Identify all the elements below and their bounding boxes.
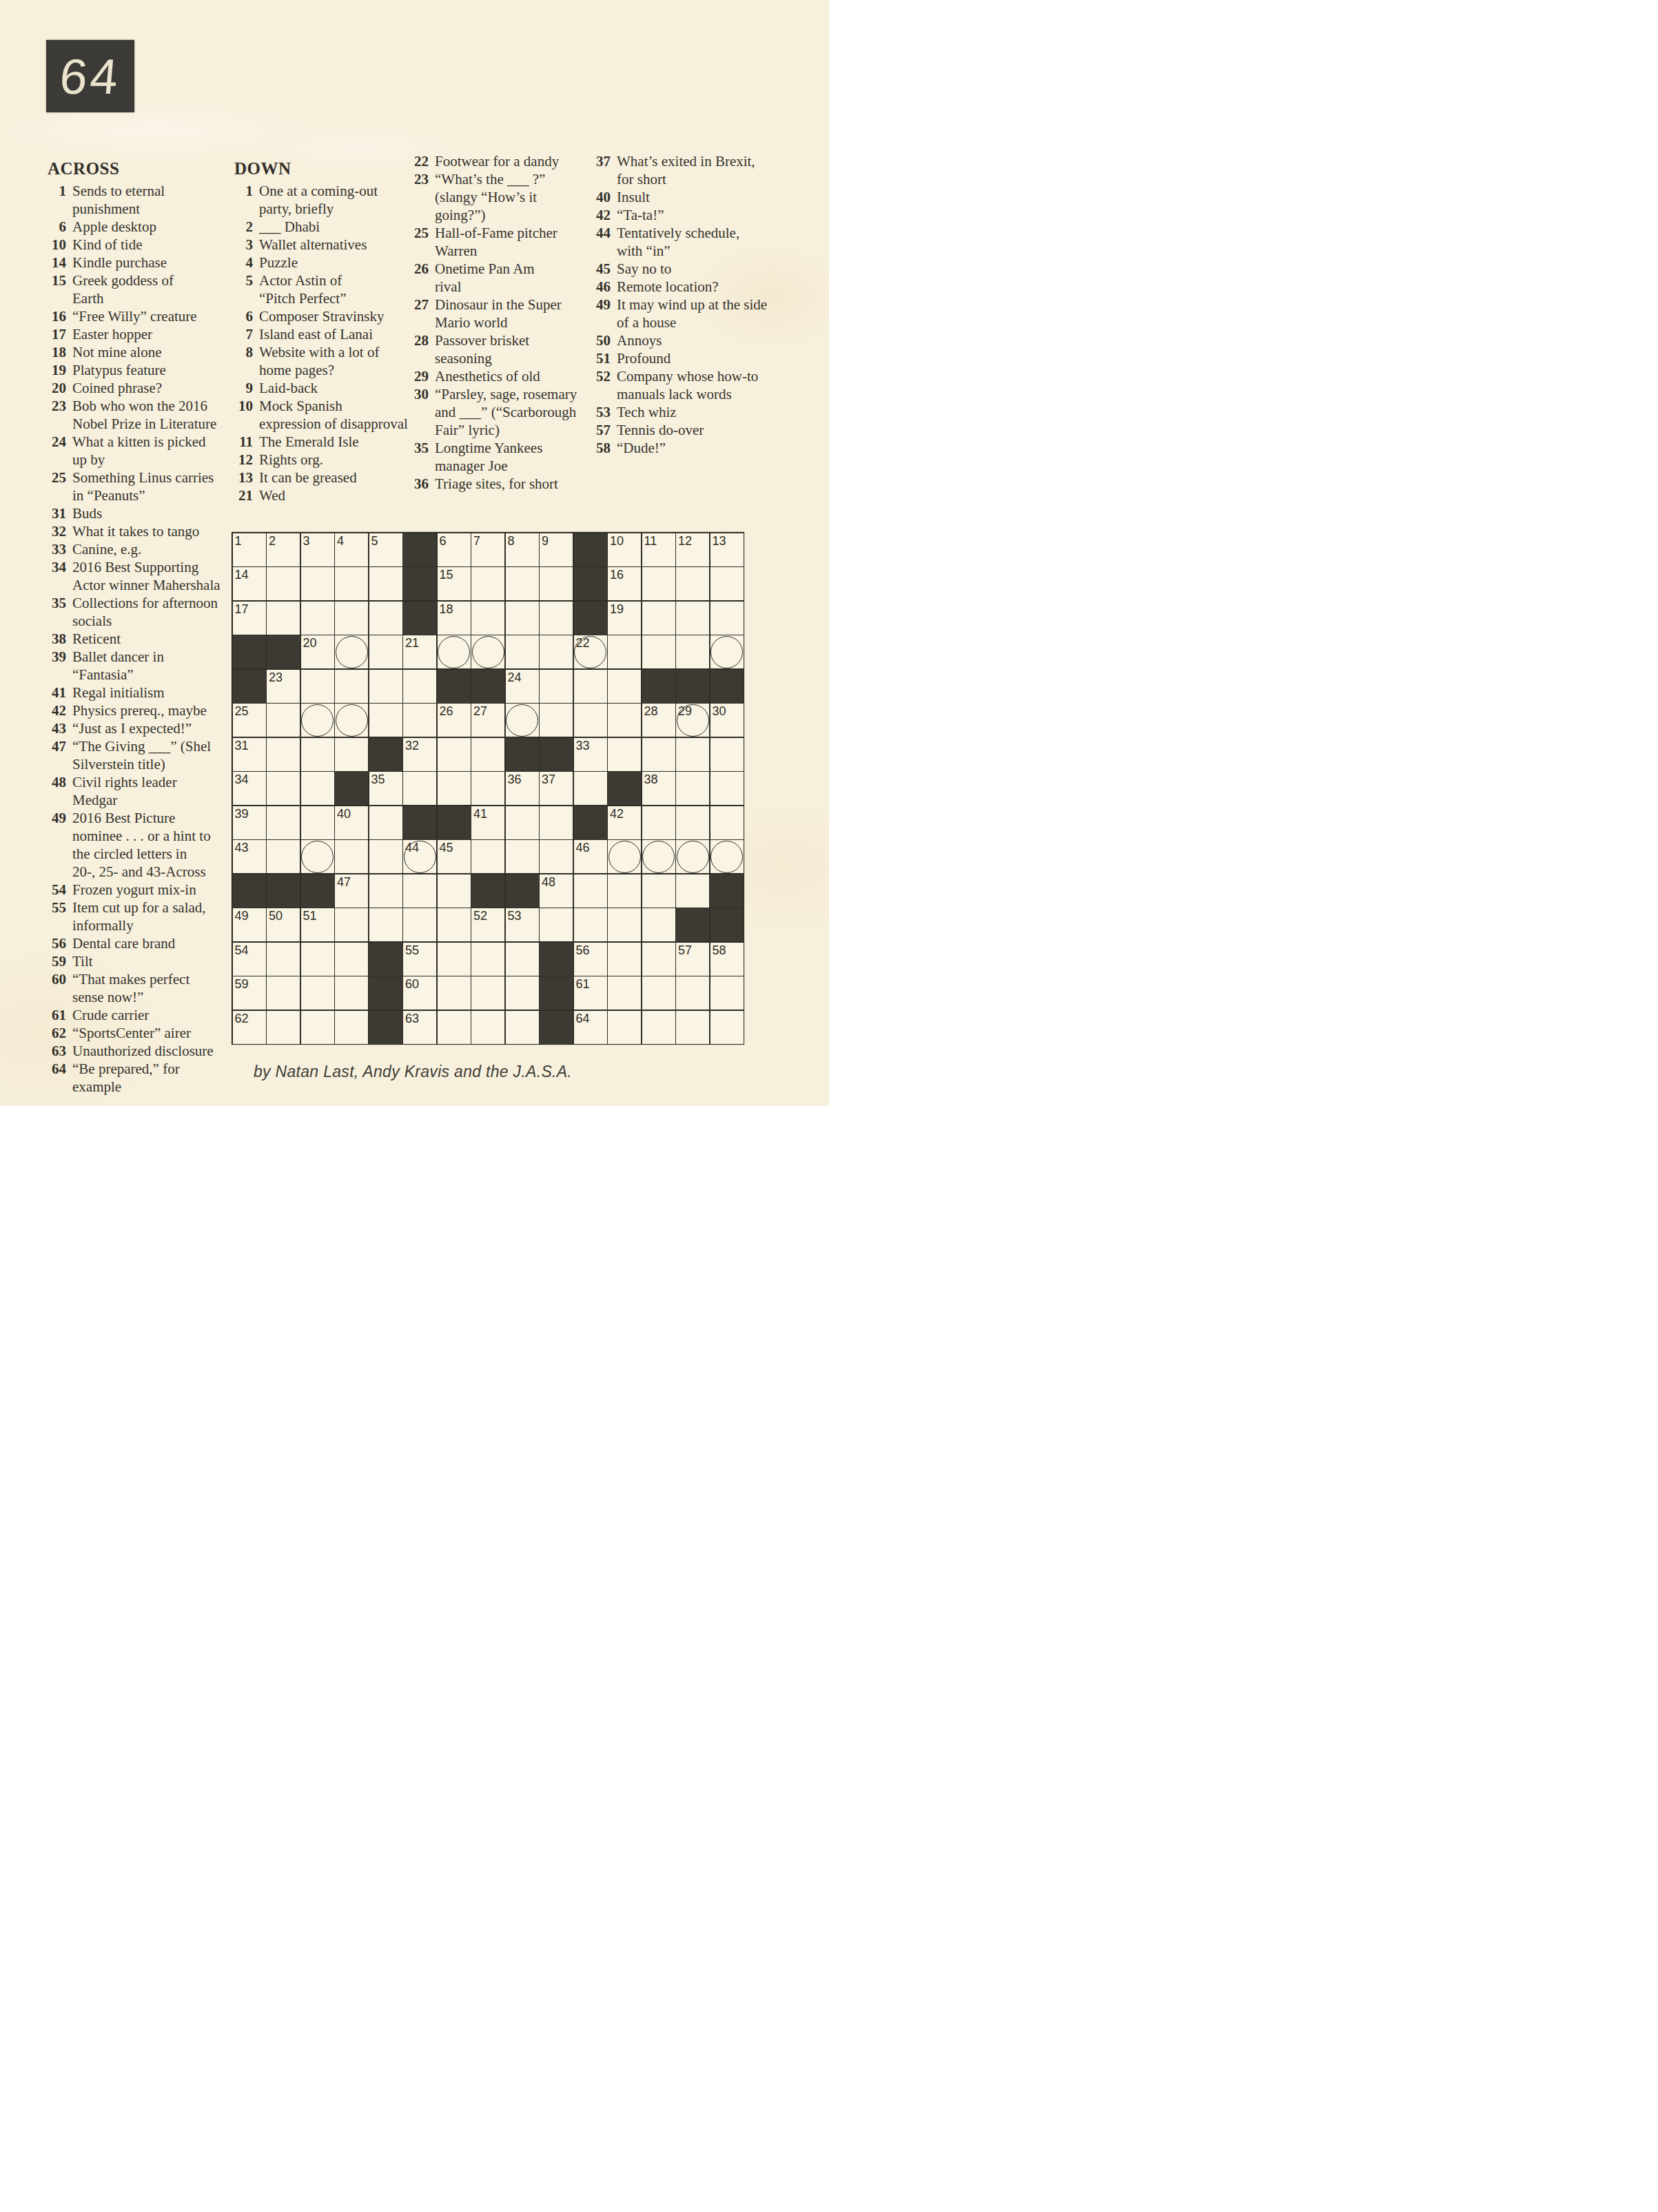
circle-marker — [642, 841, 675, 873]
grid-cell[interactable] — [506, 943, 539, 976]
grid-cell[interactable] — [369, 704, 402, 737]
grid-cell[interactable] — [301, 976, 334, 1010]
grid-cell[interactable] — [540, 704, 573, 737]
clue-43: 43“Just as I expected!” — [48, 719, 237, 737]
grid-cell[interactable] — [438, 908, 471, 941]
grid-cell[interactable]: 12 — [676, 533, 709, 566]
cell-number: 61 — [576, 978, 590, 990]
grid-cell[interactable]: 2 — [267, 533, 300, 566]
clue-text: Actor Astin of “Pitch Perfect” — [259, 272, 422, 307]
grid-cell[interactable] — [574, 772, 607, 805]
grid-cell[interactable]: 4 — [335, 533, 368, 566]
grid-cell[interactable] — [369, 874, 402, 908]
grid-cell[interactable] — [642, 874, 675, 908]
clue-text: The Emerald Isle — [259, 433, 422, 451]
grid-cell[interactable] — [710, 635, 744, 668]
grid-cell[interactable] — [676, 567, 709, 600]
grid-cell[interactable] — [540, 908, 573, 941]
grid-cell[interactable]: 58 — [710, 943, 744, 976]
clue-55: 55Item cut up for a salad, informally — [48, 899, 237, 934]
grid-cell[interactable] — [438, 943, 471, 976]
grid-cell[interactable] — [574, 874, 607, 908]
grid-cell[interactable] — [301, 704, 334, 737]
clue-number: 35 — [48, 594, 72, 612]
cell-number: 17 — [235, 603, 249, 615]
grid-cell[interactable] — [574, 704, 607, 737]
clue-number: 6 — [48, 218, 72, 236]
grid-cell[interactable]: 53 — [506, 908, 539, 941]
grid-cell[interactable] — [676, 1011, 709, 1044]
grid-cell[interactable]: 46 — [574, 840, 607, 873]
clue-text: Easter hopper — [72, 325, 237, 343]
grid-cell[interactable] — [471, 772, 504, 805]
cell-number: 33 — [576, 739, 590, 752]
grid-cell[interactable] — [403, 670, 436, 703]
grid-cell[interactable]: 31 — [233, 738, 266, 771]
grid-cell[interactable] — [438, 874, 471, 908]
clue-column-down-1: DOWN 1One at a coming-out party, briefly… — [234, 160, 422, 504]
grid-cell[interactable] — [403, 908, 436, 941]
grid-cell[interactable] — [506, 976, 539, 1010]
cell-number: 19 — [610, 603, 624, 615]
clue-42: 42Physics prereq., maybe — [48, 702, 237, 719]
clue-number: 57 — [592, 421, 617, 439]
clue-text: Not mine alone — [72, 343, 237, 361]
grid-cell[interactable]: 48 — [540, 874, 573, 908]
clue-number: 11 — [234, 433, 259, 451]
grid-cell[interactable] — [471, 943, 504, 976]
clue-number: 10 — [234, 397, 259, 415]
grid-cell[interactable]: 39 — [233, 806, 266, 839]
grid-cell[interactable] — [574, 670, 607, 703]
grid-cell[interactable] — [267, 1011, 300, 1044]
grid-cell[interactable]: 16 — [608, 567, 641, 600]
clue-number: 39 — [48, 648, 72, 666]
black-square — [267, 874, 300, 908]
grid-cell[interactable]: 34 — [233, 772, 266, 805]
grid-cell[interactable] — [608, 874, 641, 908]
clue-23: 23“What’s the ___ ?” (slangy “How’s it g… — [410, 170, 602, 224]
grid-cell[interactable] — [710, 806, 744, 839]
grid-cell[interactable] — [642, 602, 675, 635]
grid-cell[interactable]: 11 — [642, 533, 675, 566]
grid-cell[interactable] — [710, 567, 744, 600]
clue-text: Item cut up for a salad, informally — [72, 899, 237, 934]
grid-cell[interactable] — [267, 738, 300, 771]
grid-cell[interactable] — [506, 567, 539, 600]
grid-cell[interactable]: 28 — [642, 704, 675, 737]
grid-cell[interactable] — [676, 635, 709, 668]
grid-cell[interactable]: 1 — [233, 533, 266, 566]
clue-number: 56 — [48, 934, 72, 952]
grid-cell[interactable] — [471, 840, 504, 873]
grid-cell[interactable]: 10 — [608, 533, 641, 566]
cell-number: 1 — [235, 535, 242, 547]
clue-number: 17 — [48, 325, 72, 343]
clue-number: 51 — [592, 349, 617, 367]
grid-cell[interactable] — [608, 1011, 641, 1044]
clue-number: 15 — [48, 272, 72, 289]
grid-cell[interactable] — [301, 567, 334, 600]
grid-cell[interactable]: 19 — [608, 602, 641, 635]
black-square — [471, 670, 504, 703]
cell-number: 40 — [337, 808, 351, 820]
grid-cell[interactable] — [642, 943, 675, 976]
clue-number: 32 — [48, 522, 72, 540]
grid-cell[interactable]: 44 — [403, 840, 436, 873]
grid-cell[interactable]: 38 — [642, 772, 675, 805]
clue-number: 36 — [410, 475, 435, 493]
grid-cell[interactable]: 49 — [233, 908, 266, 941]
grid-cell[interactable]: 13 — [710, 533, 744, 566]
grid-cell[interactable] — [403, 772, 436, 805]
black-square — [574, 602, 607, 635]
grid-cell[interactable] — [267, 704, 300, 737]
cell-number: 54 — [235, 944, 249, 956]
grid-cell[interactable]: 3 — [301, 533, 334, 566]
grid-cell[interactable]: 25 — [233, 704, 266, 737]
clue-13: 13It can be greased — [234, 469, 422, 487]
clue-37: 37What’s exited in Brexit, for short — [592, 152, 799, 188]
grid-cell[interactable]: 52 — [471, 908, 504, 941]
grid-cell[interactable] — [335, 840, 368, 873]
black-square — [335, 772, 368, 805]
grid-cell[interactable] — [369, 635, 402, 668]
clue-text: Bob who won the 2016 Nobel Prize in Lite… — [72, 397, 237, 433]
cell-number: 29 — [678, 705, 692, 717]
grid-cell[interactable]: 23 — [267, 670, 300, 703]
grid-cell[interactable] — [642, 635, 675, 668]
clue-6: 6Apple desktop — [48, 218, 237, 236]
clue-number: 6 — [234, 307, 259, 325]
grid-cell[interactable] — [608, 670, 641, 703]
grid-cell[interactable]: 29 — [676, 704, 709, 737]
clue-25: 25Something Linus carries in “Peanuts” — [48, 469, 237, 504]
grid-cell[interactable] — [301, 840, 334, 873]
grid-cell[interactable] — [608, 738, 641, 771]
grid-cell[interactable] — [438, 1011, 471, 1044]
clue-number: 21 — [234, 487, 259, 504]
clue-text: Tennis do-over — [617, 421, 799, 439]
grid-cell[interactable] — [676, 874, 709, 908]
grid-cell[interactable] — [506, 840, 539, 873]
circle-marker — [710, 841, 743, 873]
grid-cell[interactable] — [540, 567, 573, 600]
grid-cell[interactable] — [642, 908, 675, 941]
grid-cell[interactable] — [301, 943, 334, 976]
grid-cell[interactable] — [301, 1011, 334, 1044]
clue-number: 35 — [410, 439, 435, 457]
clue-text: Insult — [617, 188, 799, 206]
grid-cell[interactable] — [301, 670, 334, 703]
grid-cell[interactable]: 64 — [574, 1011, 607, 1044]
grid-cell[interactable] — [335, 635, 368, 668]
black-square — [233, 635, 266, 668]
grid-cell[interactable] — [267, 602, 300, 635]
cell-number: 43 — [235, 841, 249, 854]
grid-cell[interactable]: 21 — [403, 635, 436, 668]
grid-cell[interactable]: 47 — [335, 874, 368, 908]
grid-cell[interactable] — [301, 738, 334, 771]
black-square — [403, 567, 436, 600]
clue-text: Frozen yogurt mix-in — [72, 881, 237, 899]
grid-cell[interactable] — [267, 943, 300, 976]
clue-44: 44Tentatively schedule, with “in” — [592, 224, 799, 260]
cell-number: 18 — [440, 603, 453, 615]
grid-cell[interactable]: 17 — [233, 602, 266, 635]
cell-number: 53 — [508, 910, 522, 922]
grid-cell[interactable]: 63 — [403, 1011, 436, 1044]
grid-cell[interactable] — [335, 704, 368, 737]
down-clue-list-1: 1One at a coming-out party, briefly2___ … — [234, 182, 422, 504]
grid-cell[interactable] — [335, 1011, 368, 1044]
grid-cell[interactable] — [710, 976, 744, 1010]
grid-cell[interactable] — [506, 635, 539, 668]
clue-number: 1 — [48, 182, 72, 200]
grid-cell[interactable] — [369, 908, 402, 941]
grid-cell[interactable]: 20 — [301, 635, 334, 668]
black-square — [233, 874, 266, 908]
grid-cell[interactable]: 26 — [438, 704, 471, 737]
grid-cell[interactable] — [642, 840, 675, 873]
clue-64: 64“Be prepared,” for example — [48, 1060, 237, 1096]
cell-number: 11 — [644, 535, 657, 547]
grid-cell[interactable]: 40 — [335, 806, 368, 839]
grid-cell[interactable]: 27 — [471, 704, 504, 737]
grid-cell[interactable]: 60 — [403, 976, 436, 1010]
grid-cell[interactable] — [540, 840, 573, 873]
grid-cell[interactable] — [335, 602, 368, 635]
clue-text: Collections for afternoon socials — [72, 594, 237, 630]
grid-cell[interactable] — [540, 602, 573, 635]
clue-text: “Dude!” — [617, 439, 799, 457]
cell-number: 39 — [235, 808, 249, 820]
grid-cell[interactable] — [335, 908, 368, 941]
clue-number: 38 — [48, 630, 72, 648]
grid-cell[interactable] — [438, 738, 471, 771]
grid-cell[interactable] — [608, 943, 641, 976]
clue-number: 60 — [48, 970, 72, 988]
grid-cell[interactable] — [608, 704, 641, 737]
grid-cell[interactable] — [710, 1011, 744, 1044]
grid-cell[interactable] — [506, 602, 539, 635]
clue-49: 492016 Best Picture nominee . . . or a h… — [48, 809, 237, 881]
circle-marker — [336, 704, 368, 737]
cell-number: 48 — [542, 876, 555, 888]
clue-61: 61Crude carrier — [48, 1006, 237, 1024]
clue-number: 25 — [410, 224, 435, 242]
grid-cell[interactable]: 14 — [233, 567, 266, 600]
clue-text: Canine, e.g. — [72, 540, 237, 558]
clue-19: 19Platypus feature — [48, 361, 237, 379]
grid-cell[interactable] — [403, 874, 436, 908]
grid-cell[interactable] — [540, 670, 573, 703]
cell-number: 7 — [473, 535, 480, 547]
grid-cell[interactable] — [369, 602, 402, 635]
grid-cell[interactable] — [506, 704, 539, 737]
grid-cell[interactable] — [471, 1011, 504, 1044]
clue-35: 35Longtime Yankees manager Joe — [410, 439, 602, 475]
grid-cell[interactable] — [608, 635, 641, 668]
grid-cell[interactable] — [369, 567, 402, 600]
grid-cell[interactable] — [642, 738, 675, 771]
grid-cell[interactable] — [676, 840, 709, 873]
grid-cell[interactable]: 5 — [369, 533, 402, 566]
grid-cell[interactable]: 41 — [471, 806, 504, 839]
grid-cell[interactable]: 54 — [233, 943, 266, 976]
clue-number: 3 — [234, 236, 259, 254]
cell-number: 45 — [440, 841, 453, 854]
grid-cell[interactable] — [676, 602, 709, 635]
circle-marker — [301, 841, 334, 873]
grid-cell[interactable] — [540, 806, 573, 839]
cell-number: 41 — [473, 808, 487, 820]
grid-cell[interactable] — [642, 567, 675, 600]
clue-25: 25Hall-of-Fame pitcher Warren — [410, 224, 602, 260]
grid-cell[interactable] — [267, 806, 300, 839]
cell-number: 37 — [542, 773, 555, 786]
grid-cell[interactable] — [608, 840, 641, 873]
grid-cell[interactable] — [267, 567, 300, 600]
clue-number: 52 — [592, 367, 617, 385]
grid-cell[interactable] — [540, 635, 573, 668]
grid-cell[interactable]: 56 — [574, 943, 607, 976]
clue-text: “Just as I expected!” — [72, 719, 237, 737]
grid-cell[interactable] — [608, 908, 641, 941]
grid-cell[interactable]: 9 — [540, 533, 573, 566]
clue-14: 14Kindle purchase — [48, 254, 237, 272]
clue-8: 8Website with a lot of home pages? — [234, 343, 422, 379]
clue-text: Composer Stravinsky — [259, 307, 422, 325]
grid-cell[interactable] — [369, 840, 402, 873]
grid-cell[interactable]: 32 — [403, 738, 436, 771]
grid-cell[interactable] — [335, 976, 368, 1010]
down-clue-list-3: 37What’s exited in Brexit, for short40In… — [592, 152, 799, 457]
grid-cell[interactable]: 45 — [438, 840, 471, 873]
grid-cell[interactable]: 18 — [438, 602, 471, 635]
grid-cell[interactable] — [438, 976, 471, 1010]
grid-cell[interactable] — [710, 602, 744, 635]
grid-cell[interactable] — [471, 567, 504, 600]
clue-number: 19 — [48, 361, 72, 379]
across-header: ACROSS — [48, 160, 237, 178]
clue-59: 59Tilt — [48, 952, 237, 970]
grid-cell[interactable]: 35 — [369, 772, 402, 805]
grid-cell[interactable] — [369, 670, 402, 703]
grid-cell[interactable]: 24 — [506, 670, 539, 703]
grid-cell[interactable] — [335, 738, 368, 771]
grid-cell[interactable] — [301, 602, 334, 635]
grid-cell[interactable] — [710, 738, 744, 771]
grid-cell[interactable] — [438, 772, 471, 805]
grid-cell[interactable] — [335, 670, 368, 703]
grid-cell[interactable] — [608, 976, 641, 1010]
grid-cell[interactable]: 59 — [233, 976, 266, 1010]
grid-cell[interactable] — [267, 976, 300, 1010]
cell-number: 27 — [473, 705, 487, 717]
grid-cell[interactable]: 55 — [403, 943, 436, 976]
clue-text: “That makes perfect sense now!” — [72, 970, 237, 1006]
grid-cell[interactable] — [471, 602, 504, 635]
grid-cell[interactable]: 36 — [506, 772, 539, 805]
cell-number: 62 — [235, 1012, 249, 1025]
grid-cell[interactable] — [676, 772, 709, 805]
grid-cell[interactable] — [471, 738, 504, 771]
grid-cell[interactable]: 42 — [608, 806, 641, 839]
grid-cell[interactable] — [506, 1011, 539, 1044]
grid-cell[interactable] — [642, 806, 675, 839]
grid-cell[interactable]: 37 — [540, 772, 573, 805]
grid-cell[interactable] — [642, 976, 675, 1010]
grid-cell[interactable] — [676, 738, 709, 771]
grid-cell[interactable] — [301, 772, 334, 805]
clue-text: “Ta-ta!” — [617, 206, 799, 224]
clue-27: 27Dinosaur in the Super Mario world — [410, 296, 602, 331]
clue-number: 50 — [592, 331, 617, 349]
grid-cell[interactable] — [676, 806, 709, 839]
clue-number: 31 — [48, 504, 72, 522]
grid-cell[interactable] — [710, 840, 744, 873]
clue-50: 50Annoys — [592, 331, 799, 349]
cell-number: 60 — [405, 978, 419, 990]
clue-54: 54Frozen yogurt mix-in — [48, 881, 237, 899]
grid-cell[interactable] — [267, 772, 300, 805]
grid-cell[interactable]: 22 — [574, 635, 607, 668]
grid-cell[interactable]: 30 — [710, 704, 744, 737]
grid-cell[interactable]: 51 — [301, 908, 334, 941]
grid-cell[interactable] — [710, 772, 744, 805]
grid-cell[interactable] — [335, 943, 368, 976]
grid-cell[interactable]: 50 — [267, 908, 300, 941]
clue-text: Kindle purchase — [72, 254, 237, 272]
grid-cell[interactable] — [676, 976, 709, 1010]
cell-number: 44 — [405, 841, 419, 854]
grid-cell[interactable]: 61 — [574, 976, 607, 1010]
clue-32: 32What it takes to tango — [48, 522, 237, 540]
grid-cell[interactable]: 43 — [233, 840, 266, 873]
clue-text: Crude carrier — [72, 1006, 237, 1024]
grid-cell[interactable]: 62 — [233, 1011, 266, 1044]
grid-cell[interactable] — [438, 635, 471, 668]
grid-cell[interactable]: 7 — [471, 533, 504, 566]
clue-text: Dinosaur in the Super Mario world — [435, 296, 602, 331]
clue-number: 23 — [48, 397, 72, 415]
grid-cell[interactable] — [471, 976, 504, 1010]
clue-20: 20Coined phrase? — [48, 379, 237, 397]
clue-52: 52Company whose how-to manuals lack word… — [592, 367, 799, 403]
clue-63: 63Unauthorized disclosure — [48, 1042, 237, 1060]
grid-cell[interactable] — [267, 840, 300, 873]
clue-number: 58 — [592, 439, 617, 457]
clue-text: “What’s the ___ ?” (slangy “How’s it goi… — [435, 170, 602, 224]
grid-cell[interactable] — [301, 806, 334, 839]
grid-cell[interactable]: 15 — [438, 567, 471, 600]
grid-cell[interactable]: 57 — [676, 943, 709, 976]
cell-number: 32 — [405, 739, 419, 752]
clue-58: 58“Dude!” — [592, 439, 799, 457]
grid-cell[interactable] — [506, 806, 539, 839]
grid-cell[interactable]: 6 — [438, 533, 471, 566]
grid-cell[interactable] — [574, 908, 607, 941]
grid-cell[interactable]: 33 — [574, 738, 607, 771]
grid-cell[interactable] — [471, 635, 504, 668]
grid-cell[interactable] — [403, 704, 436, 737]
grid-cell[interactable] — [369, 806, 402, 839]
grid-cell[interactable] — [335, 567, 368, 600]
grid-cell[interactable]: 8 — [506, 533, 539, 566]
cell-number: 55 — [405, 944, 419, 956]
grid-cell[interactable] — [642, 1011, 675, 1044]
